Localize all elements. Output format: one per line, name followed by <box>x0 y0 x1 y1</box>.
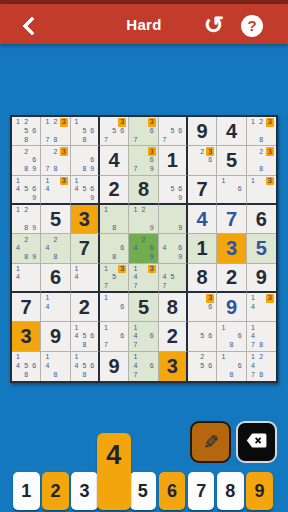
cell-r1c6[interactable]: 567 <box>159 117 188 146</box>
note-1: 1 <box>73 323 81 332</box>
note-3 <box>176 118 184 127</box>
cell-r6c5[interactable]: 1347 <box>129 264 158 293</box>
note-7 <box>131 224 139 233</box>
note-6 <box>148 215 156 224</box>
note-5 <box>139 215 147 224</box>
cell-r8c9[interactable]: 1478 <box>247 322 276 351</box>
note-9 <box>88 136 96 145</box>
cell-r5c2[interactable]: 248 <box>41 234 70 263</box>
cell-r5c1[interactable]: 2489 <box>12 234 41 263</box>
cell-r3c6[interactable]: 569 <box>159 176 188 205</box>
note-7 <box>14 194 22 202</box>
note-8: 8 <box>51 253 59 262</box>
note-2: 2 <box>51 147 59 156</box>
pencil-notes: 236 <box>188 146 216 174</box>
numpad-key-5[interactable]: 5 <box>130 472 157 510</box>
cell-r4c6[interactable]: 9 <box>159 205 188 234</box>
cell-r8c8[interactable]: 168 <box>217 322 246 351</box>
note-6 <box>118 273 126 281</box>
note-1: 1 <box>14 265 22 273</box>
cell-r9c9[interactable]: 12478 <box>247 352 276 381</box>
note-4 <box>102 244 110 253</box>
note-3 <box>236 323 244 332</box>
note-6 <box>148 273 156 281</box>
note-3 <box>236 177 244 185</box>
pencil-notes: 2378 <box>41 146 69 174</box>
note-5 <box>257 332 265 341</box>
note-1 <box>161 265 169 273</box>
note-5 <box>257 185 265 193</box>
cell-r8c7[interactable]: 56 <box>188 322 217 351</box>
note-5: 5 <box>110 127 118 136</box>
pencil-notes: 248 <box>41 234 69 262</box>
cell-r4c9[interactable]: 6 <box>247 205 276 234</box>
note-3: 3 <box>60 177 68 185</box>
note-4 <box>14 156 22 165</box>
numpad-key-7[interactable]: 7 <box>188 472 215 510</box>
cell-r4c4[interactable]: 18 <box>100 205 129 234</box>
note-5 <box>139 273 147 281</box>
note-2 <box>139 118 147 127</box>
pencil-notes: 1238 <box>247 117 276 145</box>
cell-r7c7[interactable]: 36 <box>188 293 217 322</box>
note-6: 6 <box>236 362 244 371</box>
note-1: 1 <box>14 177 22 185</box>
note-7 <box>131 253 139 262</box>
note-8 <box>22 194 30 202</box>
note-8 <box>139 253 147 262</box>
note-5 <box>139 244 147 253</box>
cell-r6c9[interactable]: 9 <box>247 264 276 293</box>
note-9: 9 <box>30 224 38 233</box>
note-3 <box>88 118 96 127</box>
note-9 <box>60 312 68 321</box>
pencil-notes: 12378 <box>41 117 69 145</box>
cell-r2c3[interactable]: 689 <box>71 146 100 175</box>
pencil-notes: 1478 <box>247 322 276 350</box>
cell-r2c7[interactable]: 236 <box>188 146 217 175</box>
cell-r6c8[interactable]: 2 <box>217 264 246 293</box>
note-1: 1 <box>249 353 257 362</box>
cell-r1c5[interactable]: 367 <box>129 117 158 146</box>
note-6 <box>266 362 274 371</box>
note-2 <box>168 206 176 215</box>
cell-r4c7[interactable]: 4 <box>188 205 217 234</box>
note-5 <box>257 156 265 165</box>
undo-button[interactable]: ↺ <box>200 11 228 41</box>
note-2 <box>198 294 206 303</box>
cell-r4c1[interactable]: 1289 <box>12 205 41 234</box>
note-6 <box>60 303 68 312</box>
note-1: 1 <box>102 294 110 303</box>
pencil-notes: 12478 <box>247 352 276 381</box>
note-6: 6 <box>148 332 156 341</box>
note-5: 5 <box>198 362 206 371</box>
note-9: 9 <box>30 194 38 202</box>
cell-r6c3[interactable]: 14 <box>71 264 100 293</box>
note-3 <box>148 353 156 362</box>
note-1 <box>190 147 198 156</box>
note-3: 3 <box>148 118 156 127</box>
note-1: 1 <box>73 353 81 362</box>
note-7 <box>73 341 81 350</box>
note-9 <box>206 165 214 174</box>
note-2 <box>22 265 30 273</box>
note-5 <box>257 127 265 136</box>
note-7: 7 <box>102 282 110 290</box>
pencil-notes: 13 <box>247 176 276 203</box>
note-4 <box>131 156 139 165</box>
note-3 <box>88 177 96 185</box>
note-4: 4 <box>14 185 22 193</box>
help-button[interactable]: ? <box>241 15 263 37</box>
note-4 <box>102 332 110 341</box>
numpad-key-3[interactable]: 3 <box>71 472 98 510</box>
cell-r7c8[interactable]: 9 <box>217 293 246 322</box>
note-4: 4 <box>14 362 22 371</box>
pencil-notes-button[interactable]: ✎ <box>190 421 231 463</box>
cell-r9c3[interactable]: 14568 <box>71 352 100 381</box>
cell-r5c5[interactable]: 2469 <box>129 234 158 263</box>
note-4 <box>131 215 139 224</box>
note-5: 5 <box>22 362 30 371</box>
cell-r1c1[interactable]: 12568 <box>12 117 41 146</box>
cell-r1c8[interactable]: 4 <box>217 117 246 146</box>
note-1 <box>102 118 110 127</box>
note-3 <box>176 206 184 215</box>
note-5 <box>51 244 59 253</box>
cell-r5c9[interactable]: 5 <box>247 234 276 263</box>
note-9 <box>60 253 68 262</box>
numpad-key-9[interactable]: 9 <box>246 472 273 510</box>
note-3: 3 <box>266 294 274 303</box>
user-digit: 3 <box>226 238 237 258</box>
note-4 <box>102 127 110 136</box>
note-9 <box>266 312 274 321</box>
note-6 <box>30 273 38 281</box>
note-6 <box>30 215 38 224</box>
note-3 <box>88 265 96 273</box>
cell-r9c8[interactable]: 168 <box>217 352 246 381</box>
note-7 <box>219 371 227 380</box>
pencil-notes: 129 <box>129 205 157 233</box>
cell-r1c4[interactable]: 3567 <box>100 117 129 146</box>
note-5 <box>110 303 118 312</box>
note-4: 4 <box>43 362 51 371</box>
note-6 <box>266 127 274 136</box>
cell-r3c9[interactable]: 13 <box>247 176 276 205</box>
cell-r5c3[interactable]: 7 <box>71 234 100 263</box>
cell-r1c3[interactable]: 1568 <box>71 117 100 146</box>
note-2 <box>139 265 147 273</box>
note-7 <box>43 253 51 262</box>
note-8 <box>139 165 147 174</box>
given-digit: 7 <box>79 238 90 258</box>
note-2 <box>51 177 59 185</box>
cell-r1c7[interactable]: 9 <box>188 117 217 146</box>
note-6 <box>60 185 68 193</box>
note-1: 1 <box>14 206 22 215</box>
note-1: 1 <box>131 323 139 332</box>
cell-r9c6[interactable]: 3 <box>159 352 188 381</box>
note-2 <box>51 294 59 303</box>
cell-r8c6[interactable]: 2 <box>159 322 188 351</box>
cell-r7c4[interactable]: 16 <box>100 293 129 322</box>
note-2 <box>80 265 88 273</box>
cell-r8c5[interactable]: 1467 <box>129 322 158 351</box>
given-digit: 3 <box>167 356 178 376</box>
note-4 <box>219 332 227 341</box>
cell-r9c5[interactable]: 1467 <box>129 352 158 381</box>
note-3 <box>118 206 126 215</box>
note-4: 4 <box>161 244 169 253</box>
cell-r5c4[interactable]: 68 <box>100 234 129 263</box>
user-digit: 9 <box>226 297 237 317</box>
pencil-notes: 1467 <box>129 352 157 381</box>
note-8: 8 <box>80 136 88 145</box>
note-7 <box>14 282 22 290</box>
note-3 <box>176 265 184 273</box>
note-4 <box>43 156 51 165</box>
cell-r8c3[interactable]: 14568 <box>71 322 100 351</box>
cell-r6c6[interactable]: 457 <box>159 264 188 293</box>
cell-r3c7[interactable]: 7 <box>188 176 217 205</box>
cell-r2c4[interactable]: 4 <box>100 146 129 175</box>
cell-r9c7[interactable]: 256 <box>188 352 217 381</box>
cell-r3c2[interactable]: 134 <box>41 176 70 205</box>
note-4 <box>73 127 81 136</box>
cell-r9c1[interactable]: 14568 <box>12 352 41 381</box>
pencil-notes: 56 <box>188 322 216 350</box>
pencil-notes: 457 <box>159 264 186 291</box>
note-6: 6 <box>176 185 184 193</box>
cell-r7c2[interactable]: 14 <box>41 293 70 322</box>
pencil-notes: 567 <box>159 117 186 145</box>
cell-r2c8[interactable]: 5 <box>217 146 246 175</box>
pencil-icon: ✎ <box>203 433 219 452</box>
note-8 <box>198 371 206 380</box>
pencil-notes: 168 <box>217 352 245 381</box>
numpad-key-2[interactable]: 2 <box>42 472 69 510</box>
sudoku-board: 1256812378156835673675679412382689237868… <box>10 115 278 383</box>
cell-r8c4[interactable]: 167 <box>100 322 129 351</box>
pencil-notes: 1357 <box>100 264 128 291</box>
pencil-notes: 689 <box>71 146 98 174</box>
note-2 <box>227 177 235 185</box>
note-5 <box>22 215 30 224</box>
note-7 <box>73 136 81 145</box>
cell-r6c1[interactable]: 14 <box>12 264 41 293</box>
cell-r2c6[interactable]: 1 <box>159 146 188 175</box>
cell-r8c2[interactable]: 9 <box>41 322 70 351</box>
note-6: 6 <box>148 244 156 253</box>
note-7: 7 <box>102 341 110 350</box>
note-8 <box>257 194 265 202</box>
note-3 <box>148 235 156 244</box>
note-8 <box>139 136 147 145</box>
pencil-notes: 2489 <box>12 234 40 262</box>
cell-r7c1[interactable]: 7 <box>12 293 41 322</box>
note-7: 7 <box>249 341 257 350</box>
note-2: 2 <box>22 206 30 215</box>
note-7 <box>219 341 227 350</box>
cell-r7c6[interactable]: 8 <box>159 293 188 322</box>
cell-r5c7[interactable]: 1 <box>188 234 217 263</box>
note-4 <box>102 273 110 281</box>
note-7: 7 <box>43 136 51 145</box>
given-digit: 7 <box>197 179 208 199</box>
pencil-notes: 3567 <box>100 117 128 145</box>
note-2 <box>168 177 176 185</box>
note-7 <box>161 194 169 202</box>
note-2 <box>80 323 88 332</box>
cell-r2c2[interactable]: 2378 <box>41 146 70 175</box>
cell-r7c5[interactable]: 5 <box>129 293 158 322</box>
cell-r9c4[interactable]: 9 <box>100 352 129 381</box>
cell-r2c9[interactable]: 238 <box>247 146 276 175</box>
cell-r4c5[interactable]: 129 <box>129 205 158 234</box>
note-4: 4 <box>43 185 51 193</box>
note-1: 1 <box>249 118 257 127</box>
numpad-key-6[interactable]: 6 <box>159 472 186 510</box>
pencil-notes: 167 <box>100 322 128 350</box>
note-2 <box>168 235 176 244</box>
note-9: 9 <box>148 165 156 174</box>
note-5 <box>51 156 59 165</box>
cell-r5c8[interactable]: 3 <box>217 234 246 263</box>
given-digit: 5 <box>50 209 61 229</box>
note-6 <box>176 273 184 281</box>
note-1: 1 <box>102 206 110 215</box>
pencil-notes: 16 <box>217 176 245 203</box>
note-9 <box>118 282 126 290</box>
note-8 <box>22 282 30 290</box>
note-9 <box>118 136 126 145</box>
cell-r6c7[interactable]: 8 <box>188 264 217 293</box>
cell-r9c2[interactable]: 148 <box>41 352 70 381</box>
note-4: 4 <box>249 332 257 341</box>
note-5 <box>110 332 118 341</box>
note-4: 4 <box>249 303 257 312</box>
given-digit: 6 <box>256 209 267 229</box>
note-1: 1 <box>43 118 51 127</box>
note-1: 1 <box>249 294 257 303</box>
note-9: 9 <box>148 224 156 233</box>
note-6: 6 <box>206 332 214 341</box>
cell-r1c9[interactable]: 1238 <box>247 117 276 146</box>
note-6 <box>266 185 274 193</box>
note-4: 4 <box>131 332 139 341</box>
note-4: 4 <box>161 273 169 281</box>
cell-r4c8[interactable]: 7 <box>217 205 246 234</box>
cell-r7c3[interactable]: 2 <box>71 293 100 322</box>
note-6: 6 <box>88 362 96 371</box>
note-6: 6 <box>30 156 38 165</box>
cell-r4c3[interactable]: 3 <box>71 205 100 234</box>
note-1 <box>249 147 257 156</box>
given-digit: 1 <box>167 150 178 170</box>
note-2 <box>110 118 118 127</box>
user-digit: 4 <box>197 209 208 229</box>
cell-r6c4[interactable]: 1357 <box>100 264 129 293</box>
note-2: 2 <box>22 118 30 127</box>
note-6: 6 <box>30 185 38 193</box>
note-9 <box>30 136 38 145</box>
cell-r4c2[interactable]: 5 <box>41 205 70 234</box>
cell-r2c1[interactable]: 2689 <box>12 146 41 175</box>
note-6 <box>118 215 126 224</box>
note-3 <box>30 147 38 156</box>
note-5 <box>198 156 206 165</box>
cell-r3c8[interactable]: 16 <box>217 176 246 205</box>
cell-r5c6[interactable]: 469 <box>159 234 188 263</box>
note-9: 9 <box>176 194 184 202</box>
note-5 <box>22 273 30 281</box>
cell-r3c4[interactable]: 2 <box>100 176 129 205</box>
erase-button[interactable] <box>236 421 277 463</box>
cell-r8c1[interactable]: 3 <box>12 322 41 351</box>
note-4: 4 <box>73 332 81 341</box>
numpad-key-4[interactable]: 4 <box>97 433 131 510</box>
note-8 <box>80 282 88 290</box>
note-7: 7 <box>131 341 139 350</box>
note-8 <box>168 224 176 233</box>
note-4 <box>249 127 257 136</box>
note-5 <box>51 362 59 371</box>
pencil-notes: 14569 <box>12 176 40 203</box>
cell-r3c5[interactable]: 8 <box>129 176 158 205</box>
pencil-notes: 14 <box>41 293 69 321</box>
cell-r6c2[interactable]: 6 <box>41 264 70 293</box>
given-digit: 8 <box>138 179 149 199</box>
cell-r3c1[interactable]: 14569 <box>12 176 41 205</box>
note-3 <box>148 323 156 332</box>
note-2: 2 <box>51 118 59 127</box>
note-4 <box>190 156 198 165</box>
cell-r7c9[interactable]: 134 <box>247 293 276 322</box>
note-5 <box>257 303 265 312</box>
note-7: 7 <box>131 282 139 290</box>
pencil-notes: 569 <box>159 176 186 203</box>
note-7: 7 <box>131 371 139 380</box>
note-2: 2 <box>257 118 265 127</box>
cell-r1c2[interactable]: 12378 <box>41 117 70 146</box>
note-8 <box>51 312 59 321</box>
note-5 <box>22 156 30 165</box>
note-6: 6 <box>118 303 126 312</box>
note-2 <box>139 147 147 156</box>
note-9 <box>60 194 68 202</box>
note-1 <box>190 294 198 303</box>
note-9 <box>266 165 274 174</box>
note-3: 3 <box>118 118 126 127</box>
given-digit: 3 <box>79 209 90 229</box>
note-6: 6 <box>30 127 38 136</box>
cell-r2c5[interactable]: 3679 <box>129 146 158 175</box>
note-9: 9 <box>148 253 156 262</box>
note-4 <box>73 156 81 165</box>
note-8 <box>227 194 235 202</box>
note-2 <box>110 323 118 332</box>
note-5 <box>139 127 147 136</box>
note-2 <box>198 323 206 332</box>
note-9 <box>30 371 38 380</box>
cell-r3c3[interactable]: 14569 <box>71 176 100 205</box>
numpad-key-1[interactable]: 1 <box>13 472 40 510</box>
numpad-key-8[interactable]: 8 <box>217 472 244 510</box>
note-5: 5 <box>168 273 176 281</box>
note-9 <box>60 165 68 174</box>
